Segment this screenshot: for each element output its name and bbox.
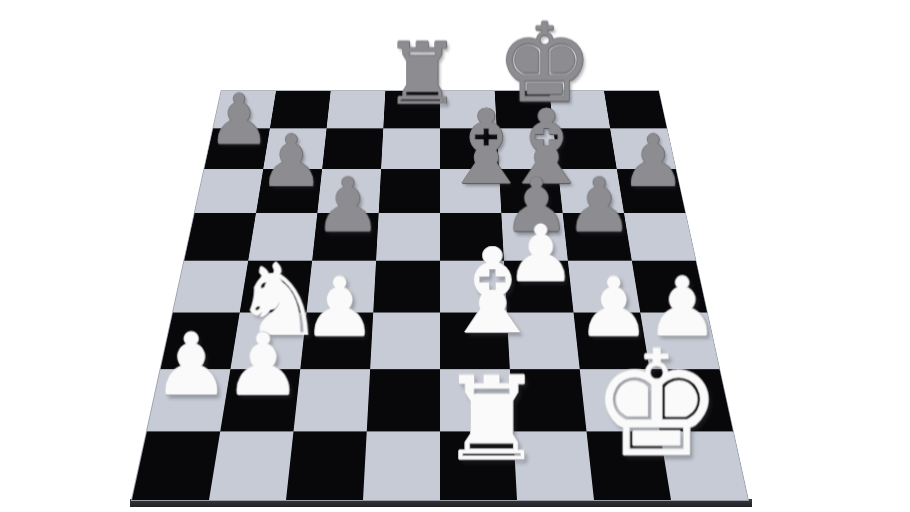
square-f5 (501, 213, 568, 261)
square-d1 (363, 431, 440, 500)
square-h7 (610, 128, 676, 169)
square-c6 (317, 169, 381, 213)
square-c3 (300, 313, 373, 370)
square-g7 (553, 128, 616, 169)
square-d8 (383, 91, 440, 129)
square-d6 (379, 169, 440, 213)
square-h4 (632, 261, 707, 313)
square-f3 (507, 313, 580, 370)
square-b2 (220, 369, 300, 431)
square-a8 (213, 91, 276, 129)
square-c1 (286, 431, 367, 500)
square-e8 (440, 91, 497, 129)
square-g3 (574, 313, 650, 370)
square-f7 (497, 128, 558, 169)
square-f6 (499, 169, 563, 213)
square-e3 (440, 313, 510, 370)
square-f2 (510, 369, 587, 431)
square-a1 (132, 431, 220, 500)
square-b8 (270, 91, 331, 129)
square-a4 (173, 261, 248, 313)
square-d3 (370, 313, 440, 370)
square-g6 (558, 169, 624, 213)
square-b5 (248, 213, 317, 261)
square-e4 (440, 261, 507, 313)
square-d7 (381, 128, 440, 169)
board-grid (132, 91, 748, 500)
board-near-edge (130, 499, 752, 507)
square-c5 (312, 213, 379, 261)
square-e5 (440, 213, 504, 261)
square-h3 (640, 313, 719, 370)
square-h5 (624, 213, 696, 261)
square-a5 (184, 213, 256, 261)
square-e7 (440, 128, 499, 169)
square-a3 (161, 313, 240, 370)
square-b7 (263, 128, 326, 169)
square-f1 (513, 431, 594, 500)
square-b3 (230, 313, 306, 370)
square-g8 (549, 91, 610, 129)
square-g5 (563, 213, 632, 261)
square-b4 (240, 261, 312, 313)
square-f8 (495, 91, 554, 129)
chessboard: ♜♚♟♟♝♝♟♟♟♟♟♞♟♝♟♟♟♟♜♚ (132, 91, 748, 500)
square-g1 (587, 431, 671, 500)
square-c7 (322, 128, 383, 169)
square-c4 (306, 261, 376, 313)
square-h2 (650, 369, 733, 431)
square-h6 (617, 169, 686, 213)
square-g2 (580, 369, 660, 431)
chess-3d-viewport[interactable]: ♜♚♟♟♝♝♟♟♟♟♟♞♟♝♟♟♟♟♜♚ (0, 0, 910, 512)
square-e1 (440, 431, 517, 500)
square-h8 (604, 91, 667, 129)
square-d2 (367, 369, 440, 431)
square-a2 (147, 369, 230, 431)
square-b6 (256, 169, 322, 213)
square-d4 (373, 261, 440, 313)
square-c8 (327, 91, 386, 129)
square-d5 (376, 213, 440, 261)
square-a7 (204, 128, 270, 169)
square-h1 (660, 431, 748, 500)
square-c2 (293, 369, 370, 431)
square-f4 (504, 261, 574, 313)
square-e6 (440, 169, 501, 213)
square-g4 (568, 261, 640, 313)
square-b1 (209, 431, 293, 500)
square-a6 (195, 169, 264, 213)
square-e2 (440, 369, 513, 431)
